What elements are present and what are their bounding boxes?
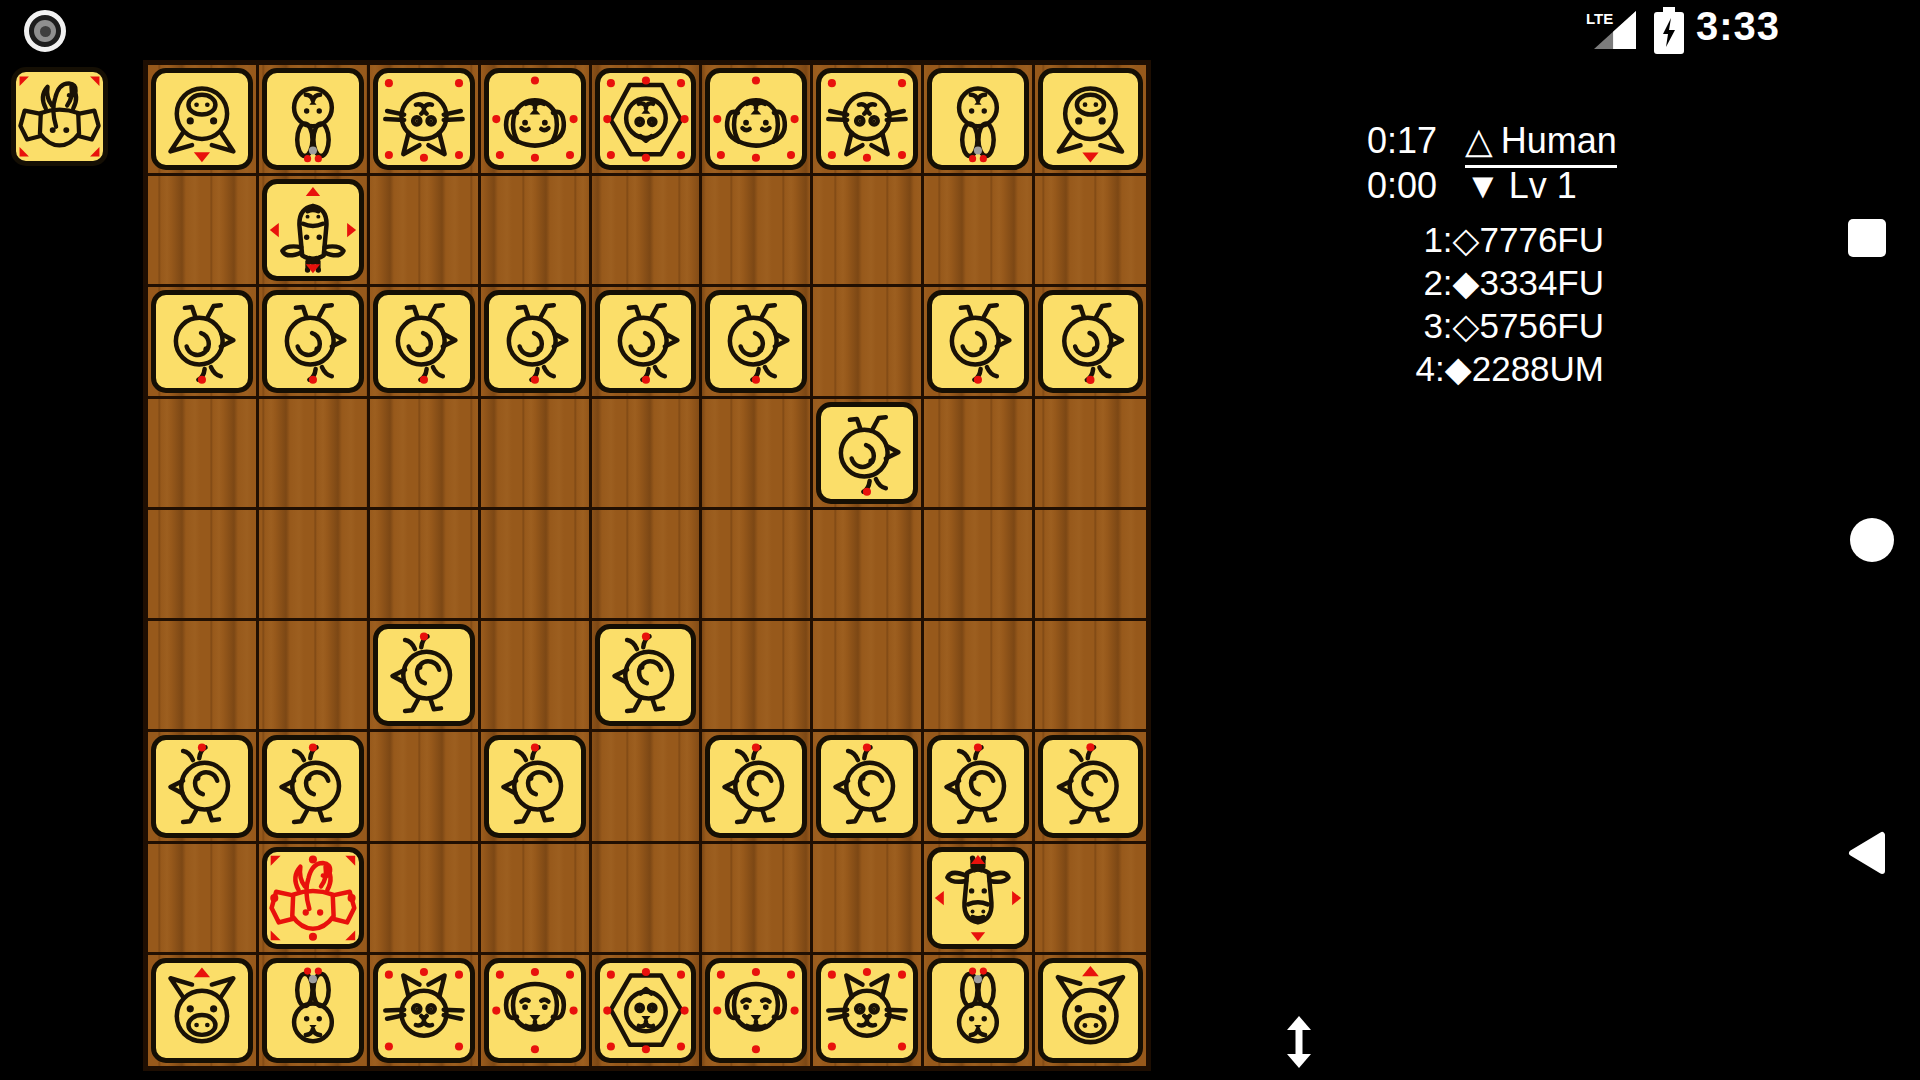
piece-sente-pawn[interactable] (595, 624, 697, 726)
square-7h[interactable] (370, 844, 481, 955)
record-overlay-ring (34, 20, 56, 42)
square-1d[interactable] (1035, 399, 1146, 510)
shogi-board (143, 60, 1151, 1071)
sente-clock: 0:17 (1330, 120, 1437, 162)
square-8c[interactable] (259, 287, 370, 398)
square-1c[interactable] (1035, 287, 1146, 398)
square-4a[interactable] (702, 65, 813, 176)
square-9b[interactable] (148, 176, 259, 287)
signal-icon (1592, 9, 1638, 51)
resize-handle-icon[interactable] (1283, 1016, 1315, 1068)
android-recents-button[interactable] (1848, 219, 1886, 257)
square-4g[interactable] (702, 732, 813, 843)
square-7a[interactable] (370, 65, 481, 176)
square-2e[interactable] (924, 510, 1035, 621)
piece-gote-silver[interactable] (816, 68, 918, 170)
square-8i[interactable] (259, 955, 370, 1066)
piece-sente-silver[interactable] (373, 958, 475, 1063)
square-9c[interactable] (148, 287, 259, 398)
square-6a[interactable] (481, 65, 592, 176)
square-4f[interactable] (702, 621, 813, 732)
square-2b[interactable] (924, 176, 1035, 287)
square-1g[interactable] (1035, 732, 1146, 843)
hand-gote-bishop[interactable] (11, 67, 108, 166)
square-5b[interactable] (592, 176, 703, 287)
square-7b[interactable] (370, 176, 481, 287)
square-1i[interactable] (1035, 955, 1146, 1066)
piece-gote-pawn[interactable] (484, 290, 586, 392)
gote-clock: 0:00 (1330, 165, 1437, 207)
square-2g[interactable] (924, 732, 1035, 843)
square-3f[interactable] (813, 621, 924, 732)
square-1h[interactable] (1035, 844, 1146, 955)
square-7c[interactable] (370, 287, 481, 398)
piece-gote-king[interactable] (595, 68, 697, 170)
piece-sente-king[interactable] (595, 958, 697, 1063)
square-7d[interactable] (370, 399, 481, 510)
piece-gote-pawn[interactable] (927, 290, 1029, 392)
piece-sente-pawn[interactable] (373, 624, 475, 726)
piece-gote-pawn[interactable] (705, 290, 807, 392)
piece-gote-pawn[interactable] (373, 290, 475, 392)
square-4c[interactable] (702, 287, 813, 398)
square-4i[interactable] (702, 955, 813, 1066)
piece-gote-pawn[interactable] (595, 290, 697, 392)
square-1f[interactable] (1035, 621, 1146, 732)
piece-gote-knight[interactable] (927, 68, 1029, 170)
piece-sente-gold[interactable] (484, 958, 586, 1063)
square-6f[interactable] (481, 621, 592, 732)
square-9e[interactable] (148, 510, 259, 621)
piece-sente-knight[interactable] (927, 958, 1029, 1063)
piece-gote-horse[interactable] (262, 847, 364, 949)
square-3g[interactable] (813, 732, 924, 843)
sente-mark-icon: △ (1465, 120, 1493, 161)
android-back-button[interactable] (1846, 831, 1886, 875)
battery-icon (1654, 7, 1684, 54)
status-time: 3:33 (1696, 4, 1780, 49)
piece-gote-rook[interactable] (262, 179, 364, 281)
square-3b[interactable] (813, 176, 924, 287)
square-3d[interactable] (813, 399, 924, 510)
piece-sente-pawn[interactable] (262, 735, 364, 837)
square-4e[interactable] (702, 510, 813, 621)
piece-sente-lance[interactable] (151, 958, 253, 1063)
square-1a[interactable] (1035, 65, 1146, 176)
square-5h[interactable] (592, 844, 703, 955)
square-2h[interactable] (924, 844, 1035, 955)
square-5g[interactable] (592, 732, 703, 843)
android-home-button[interactable] (1850, 518, 1894, 562)
piece-sente-knight[interactable] (262, 958, 364, 1063)
square-2i[interactable] (924, 955, 1035, 1066)
move-entry: 4:◆2288UM (1330, 347, 1604, 390)
piece-gote-lance[interactable] (1038, 68, 1143, 170)
player-row-gote: 0:00 ▼Lv 1 (1330, 165, 1630, 210)
square-9g[interactable] (148, 732, 259, 843)
piece-sente-pawn[interactable] (705, 735, 807, 837)
square-5a[interactable] (592, 65, 703, 176)
square-2c[interactable] (924, 287, 1035, 398)
square-3a[interactable] (813, 65, 924, 176)
square-6b[interactable] (481, 176, 592, 287)
square-5i[interactable] (592, 955, 703, 1066)
square-9d[interactable] (148, 399, 259, 510)
square-2a[interactable] (924, 65, 1035, 176)
gote-name[interactable]: ▼Lv 1 (1465, 165, 1577, 207)
square-8h[interactable] (259, 844, 370, 955)
piece-sente-pawn[interactable] (1038, 735, 1143, 837)
square-5f[interactable] (592, 621, 703, 732)
square-3e[interactable] (813, 510, 924, 621)
square-6g[interactable] (481, 732, 592, 843)
record-overlay-core (40, 26, 51, 37)
square-5c[interactable] (592, 287, 703, 398)
piece-sente-pawn[interactable] (816, 735, 918, 837)
square-8g[interactable] (259, 732, 370, 843)
gote-mark-icon: ▼ (1465, 165, 1501, 206)
square-2f[interactable] (924, 621, 1035, 732)
piece-gote-pawn[interactable] (151, 290, 253, 392)
piece-gote-pawn[interactable] (262, 290, 364, 392)
square-6i[interactable] (481, 955, 592, 1066)
piece-sente-rook[interactable] (927, 847, 1029, 949)
game-info-panel: 0:17 △Human 0:00 ▼Lv 1 1:◇7776FU2:◆3334F… (1330, 120, 1630, 390)
piece-gote-silver[interactable] (373, 68, 475, 170)
square-6e[interactable] (481, 510, 592, 621)
square-6h[interactable] (481, 844, 592, 955)
square-9i[interactable] (148, 955, 259, 1066)
piece-gote-pawn[interactable] (816, 402, 918, 504)
piece-sente-pawn[interactable] (927, 735, 1029, 837)
square-3i[interactable] (813, 955, 924, 1066)
square-6c[interactable] (481, 287, 592, 398)
piece-gote-gold[interactable] (484, 68, 586, 170)
square-3c[interactable] (813, 287, 924, 398)
piece-sente-silver[interactable] (816, 958, 918, 1063)
piece-gote-pawn[interactable] (1038, 290, 1143, 392)
piece-sente-gold[interactable] (705, 958, 807, 1063)
square-8f[interactable] (259, 621, 370, 732)
piece-gote-lance[interactable] (151, 68, 253, 170)
square-7g[interactable] (370, 732, 481, 843)
square-7f[interactable] (370, 621, 481, 732)
square-1e[interactable] (1035, 510, 1146, 621)
square-5e[interactable] (592, 510, 703, 621)
square-5d[interactable] (592, 399, 703, 510)
square-7i[interactable] (370, 955, 481, 1066)
square-6d[interactable] (481, 399, 592, 510)
move-list: 1:◇7776FU2:◆3334FU3:◇5756FU4:◆2288UM (1330, 218, 1604, 390)
move-entry: 2:◆3334FU (1330, 261, 1604, 304)
sente-name[interactable]: △Human (1465, 120, 1617, 168)
square-8b[interactable] (259, 176, 370, 287)
square-9h[interactable] (148, 844, 259, 955)
square-7e[interactable] (370, 510, 481, 621)
piece-gote-gold[interactable] (705, 68, 807, 170)
move-entry: 1:◇7776FU (1330, 218, 1604, 261)
square-2d[interactable] (924, 399, 1035, 510)
piece-sente-pawn[interactable] (151, 735, 253, 837)
square-4d[interactable] (702, 399, 813, 510)
move-entry: 3:◇5756FU (1330, 304, 1604, 347)
square-1b[interactable] (1035, 176, 1146, 287)
square-9f[interactable] (148, 621, 259, 732)
piece-sente-lance[interactable] (1038, 958, 1143, 1063)
square-4h[interactable] (702, 844, 813, 955)
record-overlay-button[interactable] (24, 10, 66, 52)
square-8e[interactable] (259, 510, 370, 621)
piece-gote-knight[interactable] (262, 68, 364, 170)
piece-sente-pawn[interactable] (484, 735, 586, 837)
square-8a[interactable] (259, 65, 370, 176)
square-8d[interactable] (259, 399, 370, 510)
player-row-sente: 0:17 △Human (1330, 120, 1630, 165)
square-3h[interactable] (813, 844, 924, 955)
square-9a[interactable] (148, 65, 259, 176)
square-4b[interactable] (702, 176, 813, 287)
